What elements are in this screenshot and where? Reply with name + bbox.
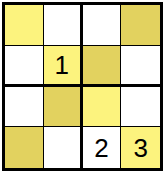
cell-r1c3[interactable] — [83, 5, 122, 46]
puzzle-board: 123 — [2, 2, 163, 171]
cell-r4c1[interactable] — [5, 127, 44, 168]
cell-r2c4[interactable] — [121, 46, 160, 87]
cell-r1c4[interactable] — [121, 5, 160, 46]
cell-r3c3[interactable] — [83, 87, 122, 128]
cell-r3c2[interactable] — [44, 87, 83, 128]
cell-r1c2[interactable] — [44, 5, 83, 46]
cell-r2c2[interactable]: 1 — [44, 46, 83, 87]
puzzle-page: 123 — [0, 0, 165, 173]
cell-r1c1[interactable] — [5, 5, 44, 46]
cell-r3c4[interactable] — [121, 87, 160, 128]
cell-r3c1[interactable] — [5, 87, 44, 128]
cell-r2c3[interactable] — [83, 46, 122, 87]
cell-r4c2[interactable] — [44, 127, 83, 168]
cell-r4c4[interactable]: 3 — [121, 127, 160, 168]
cell-r4c3[interactable]: 2 — [83, 127, 122, 168]
cell-r2c1[interactable] — [5, 46, 44, 87]
